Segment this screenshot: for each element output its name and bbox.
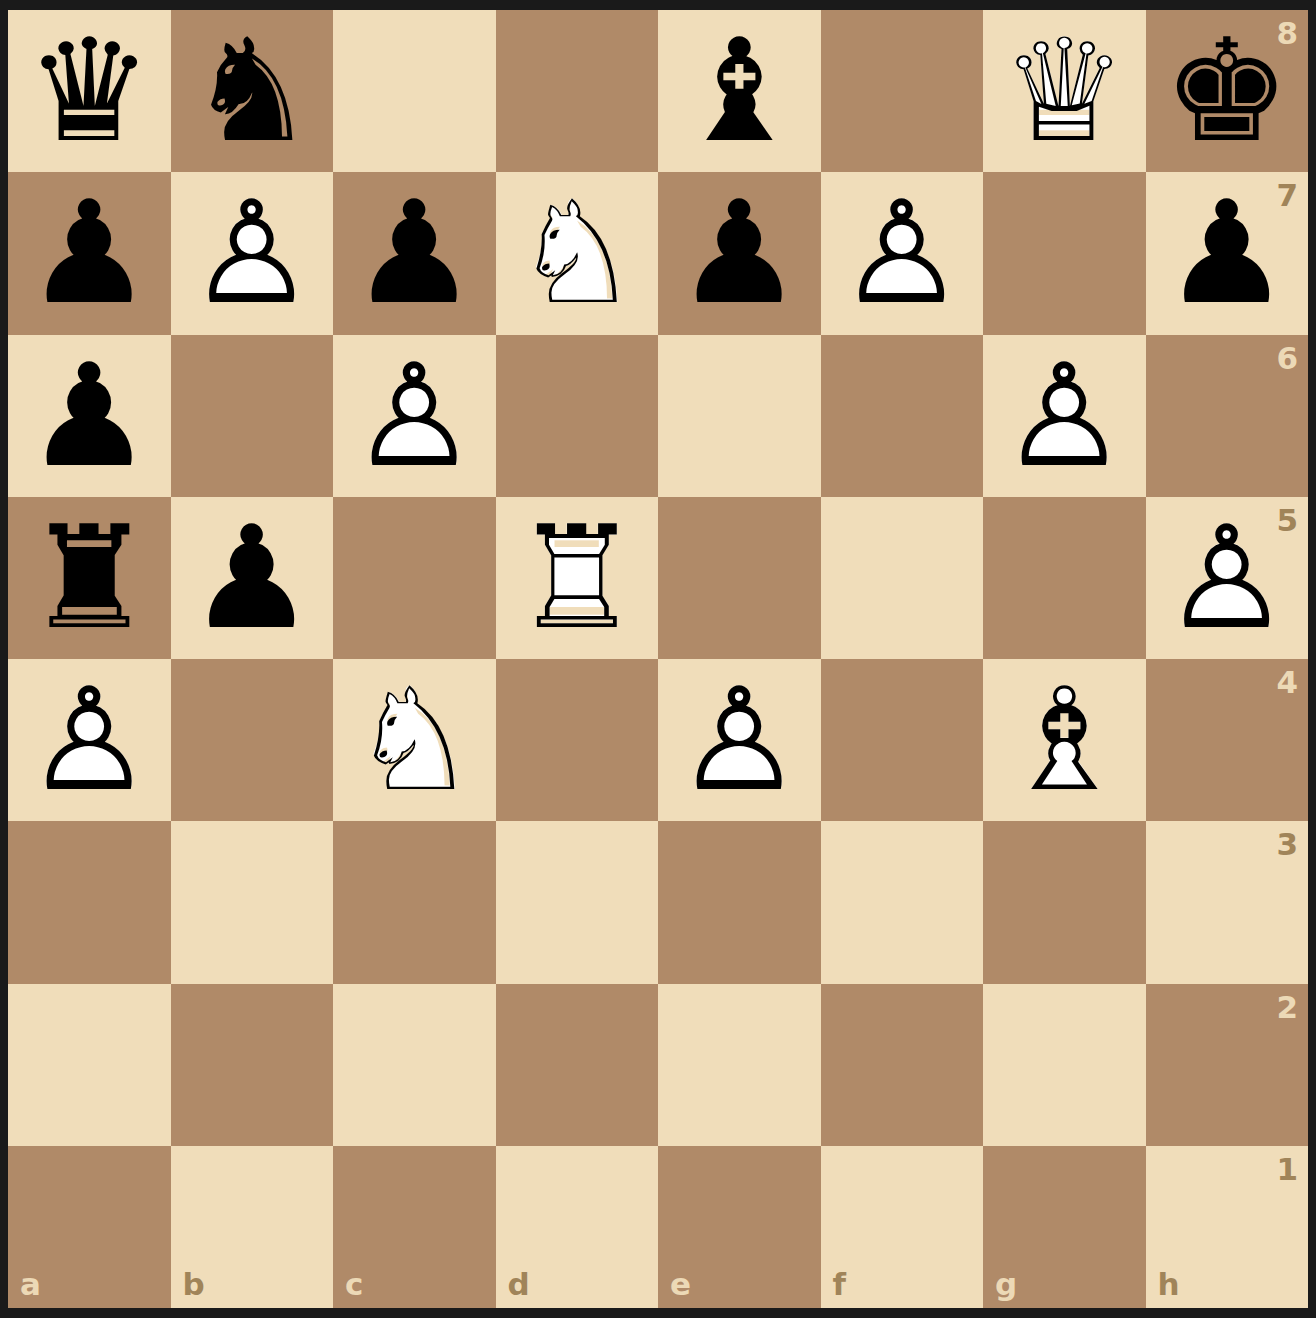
white-queen-outline: ♕ (983, 10, 1146, 172)
square-e5[interactable] (658, 497, 821, 659)
square-h2[interactable]: 2 (1146, 984, 1309, 1146)
black-pawn[interactable]: ♟ (333, 172, 496, 334)
black-pawn-glyph: ♟ (171, 497, 334, 659)
square-e7[interactable]: ♟ (658, 172, 821, 334)
square-g5[interactable] (983, 497, 1146, 659)
square-d8[interactable] (496, 10, 659, 172)
square-d2[interactable] (496, 984, 659, 1146)
square-d5[interactable]: ♜♖ (496, 497, 659, 659)
square-c6[interactable]: ♟♙ (333, 335, 496, 497)
black-pawn-glyph: ♟ (333, 172, 496, 334)
white-pawn[interactable]: ♟♙ (658, 659, 821, 821)
square-h5[interactable]: ♟♙5 (1146, 497, 1309, 659)
square-h1[interactable]: 1h (1146, 1146, 1309, 1308)
white-pawn-outline: ♙ (8, 659, 171, 821)
square-b2[interactable] (171, 984, 334, 1146)
square-g6[interactable]: ♟♙ (983, 335, 1146, 497)
file-label-b: b (183, 1269, 205, 1300)
square-e6[interactable] (658, 335, 821, 497)
square-g4[interactable]: ♝♗ (983, 659, 1146, 821)
black-knight[interactable]: ♞ (171, 10, 334, 172)
white-pawn[interactable]: ♟♙ (821, 172, 984, 334)
square-f5[interactable] (821, 497, 984, 659)
black-bishop-glyph: ♝ (658, 10, 821, 172)
square-b4[interactable] (171, 659, 334, 821)
file-label-a: a (20, 1269, 41, 1300)
file-label-c: c (345, 1269, 363, 1300)
square-g8[interactable]: ♛♕ (983, 10, 1146, 172)
black-pawn[interactable]: ♟ (658, 172, 821, 334)
square-a6[interactable]: ♟ (8, 335, 171, 497)
rank-label-1: 1 (1276, 1154, 1298, 1185)
square-f6[interactable] (821, 335, 984, 497)
white-pawn[interactable]: ♟♙ (171, 172, 334, 334)
rank-label-6: 6 (1276, 343, 1298, 374)
square-f8[interactable] (821, 10, 984, 172)
square-g2[interactable] (983, 984, 1146, 1146)
square-a3[interactable] (8, 821, 171, 983)
square-a8[interactable]: ♛ (8, 10, 171, 172)
square-b6[interactable] (171, 335, 334, 497)
white-knight-outline: ♘ (333, 659, 496, 821)
square-e4[interactable]: ♟♙ (658, 659, 821, 821)
square-g1[interactable]: g (983, 1146, 1146, 1308)
square-a4[interactable]: ♟♙ (8, 659, 171, 821)
square-d6[interactable] (496, 335, 659, 497)
square-c7[interactable]: ♟ (333, 172, 496, 334)
white-pawn[interactable]: ♟♙ (983, 335, 1146, 497)
square-h7[interactable]: ♟7 (1146, 172, 1309, 334)
white-queen[interactable]: ♛♕ (983, 10, 1146, 172)
square-g7[interactable] (983, 172, 1146, 334)
black-bishop[interactable]: ♝ (658, 10, 821, 172)
square-e1[interactable]: e (658, 1146, 821, 1308)
rank-label-5: 5 (1276, 505, 1298, 536)
square-b5[interactable]: ♟ (171, 497, 334, 659)
square-g3[interactable] (983, 821, 1146, 983)
white-knight[interactable]: ♞♘ (496, 172, 659, 334)
square-c5[interactable] (333, 497, 496, 659)
white-pawn-outline: ♙ (171, 172, 334, 334)
square-e2[interactable] (658, 984, 821, 1146)
square-e8[interactable]: ♝ (658, 10, 821, 172)
white-pawn-outline: ♙ (983, 335, 1146, 497)
square-f2[interactable] (821, 984, 984, 1146)
square-b1[interactable]: b (171, 1146, 334, 1308)
square-c8[interactable] (333, 10, 496, 172)
black-pawn-glyph: ♟ (658, 172, 821, 334)
rank-label-3: 3 (1276, 829, 1298, 860)
chess-board: ♛♞♝♛♕♚8♟♟♙♟♞♘♟♟♙♟7♟♟♙♟♙6♜♟♜♖♟♙5♟♙♞♘♟♙♝♗4… (8, 10, 1308, 1308)
black-pawn-glyph: ♟ (8, 335, 171, 497)
square-a7[interactable]: ♟ (8, 172, 171, 334)
white-bishop-outline: ♗ (983, 659, 1146, 821)
black-pawn-glyph: ♟ (8, 172, 171, 334)
square-c3[interactable] (333, 821, 496, 983)
square-b7[interactable]: ♟♙ (171, 172, 334, 334)
black-queen-glyph: ♛ (8, 10, 171, 172)
square-c2[interactable] (333, 984, 496, 1146)
square-e3[interactable] (658, 821, 821, 983)
white-rook-outline: ♖ (496, 497, 659, 659)
black-pawn[interactable]: ♟ (8, 172, 171, 334)
black-knight-glyph: ♞ (171, 10, 334, 172)
file-label-d: d (508, 1269, 530, 1300)
white-pawn-outline: ♙ (333, 335, 496, 497)
white-knight-outline: ♘ (496, 172, 659, 334)
square-c1[interactable]: c (333, 1146, 496, 1308)
square-d1[interactable]: d (496, 1146, 659, 1308)
square-d7[interactable]: ♞♘ (496, 172, 659, 334)
square-a1[interactable]: a (8, 1146, 171, 1308)
white-knight[interactable]: ♞♘ (333, 659, 496, 821)
white-rook[interactable]: ♜♖ (496, 497, 659, 659)
rank-label-2: 2 (1276, 992, 1298, 1023)
white-pawn[interactable]: ♟♙ (333, 335, 496, 497)
white-pawn[interactable]: ♟♙ (8, 659, 171, 821)
file-label-f: f (833, 1269, 847, 1300)
black-pawn[interactable]: ♟ (8, 335, 171, 497)
black-pawn[interactable]: ♟ (171, 497, 334, 659)
black-rook[interactable]: ♜ (8, 497, 171, 659)
rank-label-8: 8 (1276, 18, 1298, 49)
file-label-g: g (995, 1269, 1017, 1300)
square-f1[interactable]: f (821, 1146, 984, 1308)
rank-label-7: 7 (1276, 180, 1298, 211)
square-f4[interactable] (821, 659, 984, 821)
rank-label-4: 4 (1276, 667, 1298, 698)
square-c4[interactable]: ♞♘ (333, 659, 496, 821)
square-f7[interactable]: ♟♙ (821, 172, 984, 334)
white-pawn-outline: ♙ (821, 172, 984, 334)
square-h4[interactable]: 4 (1146, 659, 1309, 821)
square-f3[interactable] (821, 821, 984, 983)
file-label-e: e (670, 1269, 691, 1300)
square-d4[interactable] (496, 659, 659, 821)
black-rook-glyph: ♜ (8, 497, 171, 659)
black-queen[interactable]: ♛ (8, 10, 171, 172)
square-h6[interactable]: 6 (1146, 335, 1309, 497)
white-bishop[interactable]: ♝♗ (983, 659, 1146, 821)
square-b3[interactable] (171, 821, 334, 983)
square-h3[interactable]: 3 (1146, 821, 1309, 983)
square-a5[interactable]: ♜ (8, 497, 171, 659)
white-pawn-outline: ♙ (658, 659, 821, 821)
square-a2[interactable] (8, 984, 171, 1146)
square-d3[interactable] (496, 821, 659, 983)
square-b8[interactable]: ♞ (171, 10, 334, 172)
file-label-h: h (1158, 1269, 1180, 1300)
square-h8[interactable]: ♚8 (1146, 10, 1309, 172)
